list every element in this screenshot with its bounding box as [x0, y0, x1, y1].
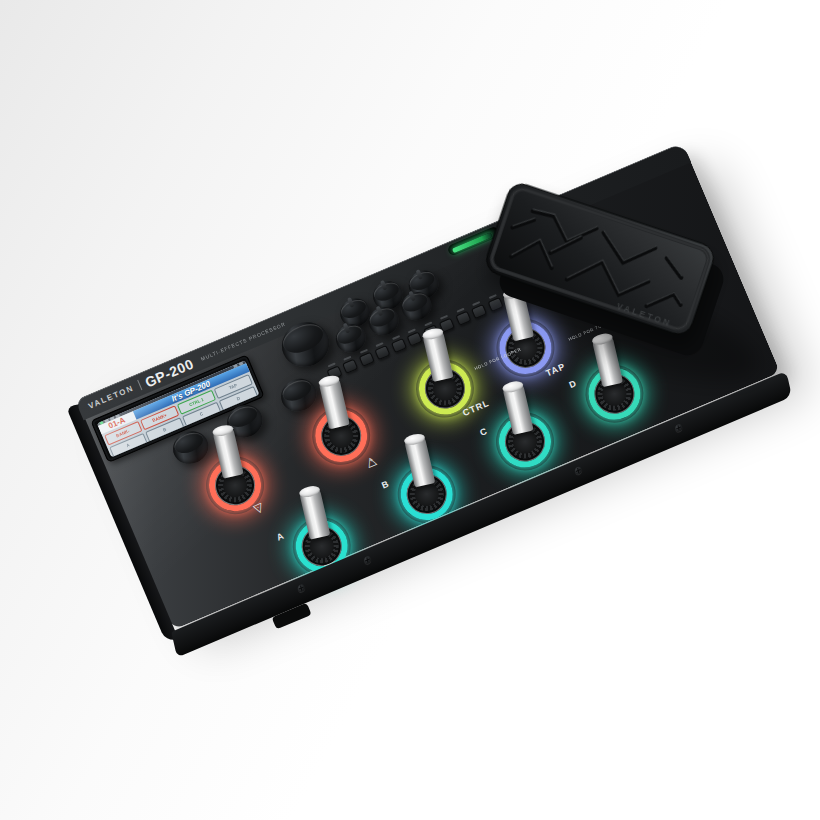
- switch-cap: [298, 484, 321, 498]
- footswitch-ctrl[interactable]: [403, 347, 487, 431]
- panel-button-5[interactable]: [391, 338, 407, 353]
- param-knob-5[interactable]: [364, 302, 403, 339]
- switch-cap: [317, 374, 340, 388]
- panel-button-6[interactable]: [407, 331, 423, 346]
- panel-button-10[interactable]: [471, 304, 487, 319]
- front-screw-4: [675, 423, 683, 433]
- switch-cap: [211, 423, 234, 437]
- panel-button-9[interactable]: [455, 311, 471, 326]
- panel-button-4[interactable]: [374, 345, 390, 360]
- switch-cap: [403, 432, 426, 446]
- panel-button-11[interactable]: [488, 297, 504, 312]
- panel-button-2[interactable]: [342, 359, 358, 374]
- product-photo: VALETON GP-200 MULTI-EFFECTS PROCESSOR 0…: [0, 0, 820, 820]
- footswitch-bank-down[interactable]: [193, 443, 277, 527]
- front-screw-3: [574, 466, 582, 476]
- brand-divider: [137, 380, 142, 391]
- front-screw-1: [297, 583, 305, 593]
- front-screw-2: [363, 555, 371, 565]
- panel-button-3[interactable]: [359, 352, 375, 367]
